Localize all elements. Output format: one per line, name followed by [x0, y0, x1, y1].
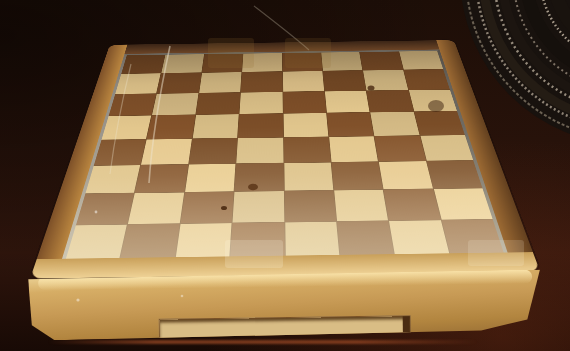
square-a8[interactable] — [121, 55, 165, 74]
square-c3[interactable] — [185, 164, 236, 192]
square-d5[interactable] — [238, 114, 283, 138]
square-e3[interactable] — [284, 162, 333, 190]
square-g2[interactable] — [384, 189, 440, 220]
square-d2[interactable] — [233, 191, 284, 222]
square-f5[interactable] — [327, 113, 374, 137]
square-h8[interactable] — [399, 51, 443, 70]
square-f4[interactable] — [329, 136, 378, 162]
square-e5[interactable] — [283, 113, 328, 137]
board-grid — [62, 49, 508, 258]
square-h4[interactable] — [420, 135, 473, 161]
square-f8[interactable] — [321, 52, 362, 71]
square-h7[interactable] — [404, 70, 450, 90]
square-b8[interactable] — [162, 54, 204, 73]
square-f1[interactable] — [337, 221, 394, 255]
square-b6[interactable] — [152, 93, 198, 115]
square-c8[interactable] — [202, 54, 243, 73]
chess-box — [0, 0, 570, 351]
square-c4[interactable] — [189, 138, 237, 164]
board-frame — [30, 40, 540, 279]
square-g1[interactable] — [389, 220, 449, 254]
square-h1[interactable] — [441, 219, 503, 253]
square-a6[interactable] — [109, 94, 157, 116]
square-g5[interactable] — [371, 112, 420, 136]
table-surface — [0, 0, 570, 351]
square-d7[interactable] — [241, 72, 282, 92]
square-a2[interactable] — [76, 193, 134, 224]
square-h3[interactable] — [427, 160, 483, 188]
square-a1[interactable] — [66, 224, 127, 258]
square-e6[interactable] — [283, 91, 326, 113]
square-a5[interactable] — [102, 116, 152, 140]
square-b2[interactable] — [128, 193, 184, 224]
square-g6[interactable] — [367, 90, 414, 112]
square-b1[interactable] — [121, 224, 180, 258]
square-c5[interactable] — [193, 114, 239, 138]
square-g7[interactable] — [363, 70, 408, 90]
square-f6[interactable] — [325, 91, 370, 113]
square-b3[interactable] — [135, 164, 188, 192]
square-f3[interactable] — [331, 162, 382, 190]
square-e8[interactable] — [282, 53, 322, 72]
square-d4[interactable] — [236, 137, 283, 163]
square-g8[interactable] — [360, 52, 403, 71]
table-reflection — [48, 340, 478, 344]
square-f7[interactable] — [323, 71, 366, 91]
square-b4[interactable] — [141, 139, 191, 165]
box-front — [28, 269, 543, 340]
square-h5[interactable] — [414, 111, 464, 135]
square-a4[interactable] — [94, 139, 146, 165]
square-e4[interactable] — [284, 137, 331, 163]
square-c6[interactable] — [196, 93, 240, 115]
square-d8[interactable] — [242, 53, 282, 72]
square-d6[interactable] — [240, 92, 283, 114]
square-c1[interactable] — [176, 223, 232, 257]
square-c7[interactable] — [199, 72, 241, 92]
square-d3[interactable] — [235, 163, 284, 191]
square-b5[interactable] — [147, 115, 195, 139]
square-e2[interactable] — [284, 191, 336, 222]
square-e7[interactable] — [283, 71, 324, 91]
square-f2[interactable] — [334, 190, 388, 221]
drawer-slot[interactable] — [159, 315, 411, 341]
square-a7[interactable] — [115, 73, 161, 93]
square-g3[interactable] — [379, 161, 433, 189]
square-d1[interactable] — [230, 222, 284, 256]
square-b7[interactable] — [157, 73, 201, 93]
drawer-slot-notch — [403, 316, 410, 336]
square-a3[interactable] — [85, 165, 140, 193]
chess-board — [30, 40, 540, 279]
square-g4[interactable] — [375, 135, 426, 161]
square-h2[interactable] — [434, 189, 493, 220]
square-c2[interactable] — [180, 192, 233, 223]
square-h6[interactable] — [409, 90, 457, 112]
square-e1[interactable] — [285, 222, 339, 256]
